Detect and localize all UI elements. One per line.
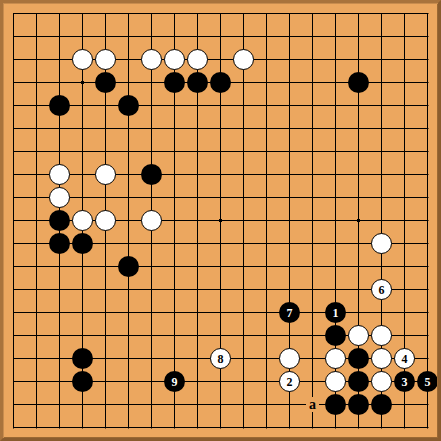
intersection <box>232 140 255 163</box>
intersection <box>94 232 117 255</box>
star-point <box>219 219 222 222</box>
intersection <box>232 71 255 94</box>
intersection <box>209 48 232 71</box>
intersection <box>186 117 209 140</box>
intersection <box>2 163 25 186</box>
intersection <box>393 163 416 186</box>
intersection <box>186 324 209 347</box>
black-stone <box>95 72 116 93</box>
intersection <box>117 48 140 71</box>
intersection <box>232 232 255 255</box>
intersection <box>209 25 232 48</box>
intersection <box>347 117 370 140</box>
intersection <box>186 140 209 163</box>
intersection <box>347 186 370 209</box>
intersection <box>416 393 439 416</box>
white-stone <box>95 164 116 185</box>
white-stone <box>325 348 346 369</box>
intersection <box>324 209 347 232</box>
intersection <box>232 278 255 301</box>
intersection <box>393 209 416 232</box>
intersection <box>163 186 186 209</box>
intersection <box>25 163 48 186</box>
intersection <box>255 117 278 140</box>
intersection <box>186 2 209 25</box>
intersection <box>393 117 416 140</box>
intersection <box>232 301 255 324</box>
intersection <box>117 25 140 48</box>
intersection <box>71 94 94 117</box>
intersection <box>347 255 370 278</box>
intersection <box>301 416 324 439</box>
intersection <box>48 347 71 370</box>
intersection <box>186 393 209 416</box>
intersection <box>416 140 439 163</box>
black-stone <box>49 233 70 254</box>
intersection <box>48 324 71 347</box>
intersection <box>209 278 232 301</box>
intersection <box>255 48 278 71</box>
intersection <box>163 255 186 278</box>
white-stone <box>371 233 392 254</box>
intersection <box>393 186 416 209</box>
intersection <box>301 232 324 255</box>
intersection <box>94 255 117 278</box>
black-stone <box>118 256 139 277</box>
black-stone <box>210 72 231 93</box>
intersection <box>163 25 186 48</box>
intersection <box>94 186 117 209</box>
white-stone <box>95 49 116 70</box>
intersection <box>2 71 25 94</box>
intersection <box>2 393 25 416</box>
intersection <box>25 48 48 71</box>
intersection <box>117 301 140 324</box>
intersection <box>278 416 301 439</box>
white-stone <box>72 49 93 70</box>
intersection <box>48 278 71 301</box>
intersection <box>232 393 255 416</box>
intersection <box>232 163 255 186</box>
intersection <box>301 2 324 25</box>
intersection <box>347 94 370 117</box>
move-2-white-stone: 2 <box>279 371 300 392</box>
intersection <box>71 324 94 347</box>
intersection <box>393 25 416 48</box>
intersection <box>232 347 255 370</box>
intersection <box>416 416 439 439</box>
intersection <box>163 2 186 25</box>
intersection <box>163 301 186 324</box>
intersection <box>25 2 48 25</box>
intersection <box>416 255 439 278</box>
intersection <box>301 163 324 186</box>
black-stone <box>348 394 369 415</box>
intersection <box>370 416 393 439</box>
intersection <box>416 48 439 71</box>
intersection <box>255 347 278 370</box>
intersection <box>347 301 370 324</box>
intersection <box>140 232 163 255</box>
intersection <box>140 94 163 117</box>
intersection <box>278 2 301 25</box>
intersection <box>278 163 301 186</box>
intersection <box>186 94 209 117</box>
white-stone <box>164 49 185 70</box>
white-stone <box>348 325 369 346</box>
intersection <box>94 324 117 347</box>
intersection <box>94 301 117 324</box>
intersection <box>416 278 439 301</box>
intersection <box>209 2 232 25</box>
intersection <box>2 117 25 140</box>
intersection <box>209 140 232 163</box>
intersection <box>71 140 94 163</box>
intersection <box>117 71 140 94</box>
intersection <box>163 209 186 232</box>
intersection <box>347 163 370 186</box>
intersection <box>25 347 48 370</box>
intersection <box>117 324 140 347</box>
intersection <box>25 117 48 140</box>
intersection <box>71 301 94 324</box>
intersection <box>301 370 324 393</box>
move-3-black-stone: 3 <box>394 371 415 392</box>
intersection <box>94 347 117 370</box>
intersection <box>186 25 209 48</box>
intersection <box>416 117 439 140</box>
go-board: 671849235a <box>2 2 439 439</box>
intersection <box>416 186 439 209</box>
black-stone <box>348 72 369 93</box>
intersection <box>209 416 232 439</box>
intersection <box>25 25 48 48</box>
intersection <box>117 2 140 25</box>
intersection <box>48 71 71 94</box>
intersection <box>301 25 324 48</box>
intersection <box>2 186 25 209</box>
intersection <box>209 301 232 324</box>
intersection <box>186 370 209 393</box>
intersection <box>2 48 25 71</box>
move-6-white-stone: 6 <box>371 279 392 300</box>
intersection <box>140 301 163 324</box>
intersection <box>393 71 416 94</box>
intersection <box>163 416 186 439</box>
intersection <box>301 347 324 370</box>
intersection <box>2 370 25 393</box>
intersection <box>186 301 209 324</box>
intersection <box>71 117 94 140</box>
intersection <box>278 278 301 301</box>
white-stone <box>325 371 346 392</box>
intersection <box>301 324 324 347</box>
intersection <box>416 71 439 94</box>
intersection <box>393 232 416 255</box>
intersection <box>370 71 393 94</box>
black-stone <box>348 371 369 392</box>
intersection <box>232 209 255 232</box>
intersection <box>393 324 416 347</box>
intersection <box>209 186 232 209</box>
black-stone <box>164 72 185 93</box>
intersection <box>301 301 324 324</box>
intersection <box>117 393 140 416</box>
intersection <box>140 2 163 25</box>
intersection <box>255 94 278 117</box>
intersection <box>25 416 48 439</box>
intersection <box>301 186 324 209</box>
intersection <box>140 370 163 393</box>
intersection <box>255 209 278 232</box>
intersection <box>140 255 163 278</box>
black-stone <box>371 394 392 415</box>
move-4-white-stone: 4 <box>394 348 415 369</box>
intersection <box>48 416 71 439</box>
intersection <box>255 301 278 324</box>
intersection <box>209 163 232 186</box>
intersection <box>232 370 255 393</box>
intersection <box>370 255 393 278</box>
intersection <box>94 2 117 25</box>
intersection <box>255 186 278 209</box>
intersection <box>25 186 48 209</box>
intersection <box>209 94 232 117</box>
black-stone <box>72 348 93 369</box>
intersection <box>140 324 163 347</box>
intersection <box>117 232 140 255</box>
intersection <box>25 324 48 347</box>
intersection <box>324 416 347 439</box>
intersection <box>278 209 301 232</box>
intersection <box>163 117 186 140</box>
intersection <box>255 25 278 48</box>
point-label-a: a <box>306 397 319 412</box>
intersection <box>232 94 255 117</box>
intersection <box>163 140 186 163</box>
intersection <box>163 347 186 370</box>
intersection <box>255 71 278 94</box>
intersection <box>71 278 94 301</box>
intersection <box>347 25 370 48</box>
intersection <box>278 232 301 255</box>
intersection <box>2 255 25 278</box>
intersection <box>2 324 25 347</box>
intersection <box>232 2 255 25</box>
intersection <box>232 117 255 140</box>
intersection <box>209 370 232 393</box>
intersection <box>186 255 209 278</box>
intersection <box>370 209 393 232</box>
intersection <box>117 209 140 232</box>
intersection <box>324 140 347 163</box>
intersection <box>163 94 186 117</box>
intersection <box>163 324 186 347</box>
intersection <box>71 186 94 209</box>
intersection <box>324 186 347 209</box>
intersection <box>416 2 439 25</box>
black-stone <box>72 233 93 254</box>
black-stone <box>348 348 369 369</box>
intersection <box>25 255 48 278</box>
intersection <box>255 232 278 255</box>
intersection <box>393 48 416 71</box>
intersection <box>209 324 232 347</box>
intersection <box>2 25 25 48</box>
white-stone <box>141 49 162 70</box>
intersection <box>25 140 48 163</box>
intersection <box>2 2 25 25</box>
intersection <box>324 255 347 278</box>
intersection <box>94 94 117 117</box>
intersection <box>117 140 140 163</box>
intersection <box>117 416 140 439</box>
intersection <box>117 163 140 186</box>
intersection <box>278 140 301 163</box>
intersection <box>301 255 324 278</box>
intersection <box>416 25 439 48</box>
intersection <box>301 278 324 301</box>
intersection <box>370 94 393 117</box>
intersection <box>278 71 301 94</box>
intersection <box>186 232 209 255</box>
intersection <box>140 71 163 94</box>
intersection <box>255 393 278 416</box>
intersection <box>370 140 393 163</box>
white-stone <box>371 325 392 346</box>
white-stone <box>49 164 70 185</box>
intersection <box>416 94 439 117</box>
intersection <box>324 71 347 94</box>
intersection <box>370 163 393 186</box>
intersection <box>163 278 186 301</box>
intersection <box>163 163 186 186</box>
white-stone <box>279 348 300 369</box>
intersection <box>416 163 439 186</box>
intersection <box>117 370 140 393</box>
intersection <box>71 255 94 278</box>
intersection <box>255 416 278 439</box>
intersection <box>71 25 94 48</box>
intersection <box>232 25 255 48</box>
intersection <box>370 48 393 71</box>
intersection <box>255 140 278 163</box>
intersection <box>255 370 278 393</box>
intersection <box>278 255 301 278</box>
intersection <box>324 117 347 140</box>
black-stone <box>118 95 139 116</box>
intersection <box>163 232 186 255</box>
intersection <box>2 209 25 232</box>
intersection <box>25 370 48 393</box>
intersection <box>416 347 439 370</box>
intersection <box>232 186 255 209</box>
move-5-black-stone: 5 <box>417 371 438 392</box>
intersection <box>209 393 232 416</box>
intersection <box>393 393 416 416</box>
intersection <box>301 209 324 232</box>
intersection <box>2 416 25 439</box>
black-stone <box>141 164 162 185</box>
intersection <box>278 186 301 209</box>
intersection <box>71 2 94 25</box>
white-stone <box>371 348 392 369</box>
intersection <box>48 255 71 278</box>
intersection <box>117 347 140 370</box>
intersection <box>301 117 324 140</box>
white-stone <box>233 49 254 70</box>
intersection <box>48 25 71 48</box>
intersection <box>370 2 393 25</box>
intersection <box>347 48 370 71</box>
intersection <box>140 278 163 301</box>
move-7-black-stone: 7 <box>279 302 300 323</box>
star-point <box>357 219 360 222</box>
intersection <box>94 370 117 393</box>
intersection <box>2 278 25 301</box>
intersection <box>94 278 117 301</box>
intersection <box>255 2 278 25</box>
intersection <box>347 232 370 255</box>
intersection <box>140 25 163 48</box>
intersection <box>324 163 347 186</box>
intersection <box>255 163 278 186</box>
intersection <box>163 393 186 416</box>
intersection <box>393 278 416 301</box>
intersection <box>393 255 416 278</box>
intersection <box>278 117 301 140</box>
intersection <box>2 232 25 255</box>
intersection <box>48 140 71 163</box>
intersection <box>140 186 163 209</box>
intersection <box>140 347 163 370</box>
intersection <box>186 416 209 439</box>
intersection <box>25 232 48 255</box>
intersection <box>232 324 255 347</box>
intersection <box>140 393 163 416</box>
intersection <box>416 301 439 324</box>
intersection <box>25 393 48 416</box>
intersection <box>301 94 324 117</box>
intersection <box>416 232 439 255</box>
intersection <box>48 301 71 324</box>
black-stone <box>325 325 346 346</box>
white-stone <box>371 371 392 392</box>
intersection <box>416 324 439 347</box>
move-8-white-stone: 8 <box>210 348 231 369</box>
black-stone <box>72 371 93 392</box>
intersection <box>324 94 347 117</box>
intersection <box>232 255 255 278</box>
intersection <box>278 48 301 71</box>
star-point <box>81 81 84 84</box>
intersection <box>301 48 324 71</box>
intersection <box>71 163 94 186</box>
intersection <box>140 117 163 140</box>
intersection <box>48 48 71 71</box>
intersection <box>278 94 301 117</box>
intersection <box>370 25 393 48</box>
intersection <box>209 232 232 255</box>
intersection <box>140 416 163 439</box>
intersection <box>232 416 255 439</box>
black-stone <box>49 210 70 231</box>
intersection <box>393 416 416 439</box>
black-stone <box>187 72 208 93</box>
intersection <box>416 209 439 232</box>
white-stone <box>49 187 70 208</box>
intersection <box>140 140 163 163</box>
